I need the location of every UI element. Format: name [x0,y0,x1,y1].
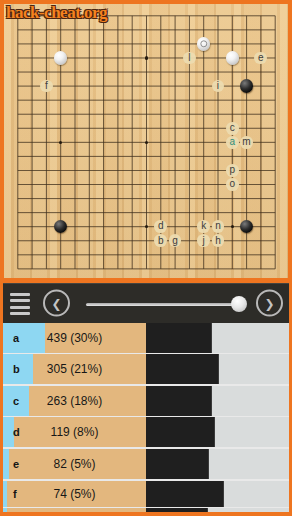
chevron-right-icon: ❯ [264,297,274,309]
winrate-bar-black [146,323,212,353]
move-label-point-c[interactable]: c [225,121,239,135]
winrate-bar-black [146,508,208,512]
popularity-bar [3,508,7,512]
move-label-point-e[interactable]: e [254,51,268,65]
white-stone [197,37,210,50]
white-stone [54,51,67,64]
board-label-i: i [212,80,225,93]
black-stone-R4 [239,219,253,233]
go-board[interactable]: abcdefghijklmnop [4,4,288,278]
move-label-point-o[interactable]: o [225,177,239,191]
move-label-point-k[interactable]: k [197,219,211,233]
move-label-point-i[interactable]: i [211,79,225,93]
board-label-c: c [226,122,239,135]
white-stone-O17 [197,37,211,51]
star-point [139,51,153,65]
star-point [139,219,153,233]
board-label-g: g [169,234,182,247]
star-point-dot [231,225,234,228]
move-label-point-n[interactable]: n [211,219,225,233]
move-label-point-d[interactable]: d [154,219,168,233]
white-stone-D16 [54,51,68,65]
move-row-d[interactable]: d119 (8%) [3,417,289,447]
winrate-bar-black [146,449,209,479]
black-stone [54,220,67,233]
board-label-d: d [154,220,167,233]
black-stone-R14 [239,79,253,93]
menu-icon[interactable] [10,293,30,318]
star-point [139,135,153,149]
winrate-bar-black [146,354,219,384]
winrate-bar [146,417,289,447]
winrate-bar [146,449,289,479]
move-count: 82 (5%) [3,457,146,471]
white-stone [226,51,239,64]
move-label-point-j[interactable]: j [197,234,211,248]
move-count: 119 (8%) [3,425,146,439]
star-point-dot [145,225,148,228]
white-stone-Q16 [225,51,239,65]
move-label-point-h[interactable]: h [211,234,225,248]
move-label-point-g[interactable]: g [168,234,182,248]
watermark-text: hack-cheat.org [6,3,107,23]
move-info-cell: d119 (8%) [3,417,146,447]
black-stone-D4 [54,219,68,233]
move-row-b[interactable]: b305 (21%) [3,354,289,384]
app-screen: abcdefghijklmnop hack-cheat.org ❮ ❯ a439… [0,0,292,516]
move-count: 305 (21%) [3,362,146,376]
chevron-left-icon: ❮ [51,297,61,309]
star-point-dot [145,141,148,144]
winrate-bar-black [146,417,215,447]
move-info-cell [3,508,146,512]
winrate-bar-black [146,386,212,416]
winrate-bar [146,386,289,416]
board-label-n: n [212,220,225,233]
move-stats-list: a439 (30%)b305 (21%)c263 (18%)d119 (8%)e… [3,323,289,512]
black-stone [240,220,253,233]
move-info-cell: e82 (5%) [3,449,146,479]
star-point [54,135,68,149]
board-label-j: j [197,234,210,247]
move-count: 263 (18%) [3,394,146,408]
last-move-marker [200,40,207,47]
prev-move-button[interactable]: ❮ [43,290,70,317]
winrate-bar [146,323,289,353]
move-info-cell: c263 (18%) [3,386,146,416]
move-label-point-b[interactable]: b [154,234,168,248]
move-row-g[interactable] [3,508,289,512]
toolbar: ❮ ❯ [3,283,289,323]
board-grid: abcdefghijklmnop [11,9,283,276]
board-label-k: k [197,220,210,233]
winrate-bar [146,354,289,384]
move-row-a[interactable]: a439 (30%) [3,323,289,353]
board-label-e: e [254,52,267,65]
move-count: 439 (30%) [3,331,146,345]
winrate-bar [146,508,289,512]
move-row-c[interactable]: c263 (18%) [3,386,289,416]
black-stone [240,79,253,92]
move-label-point-p[interactable]: p [225,163,239,177]
move-info-cell: f74 (5%) [3,481,146,507]
move-slider-thumb[interactable] [231,296,247,312]
move-slider-track[interactable] [86,303,239,306]
move-info-cell: a439 (30%) [3,323,146,353]
next-move-button[interactable]: ❯ [256,290,283,317]
board-label-a: a [226,136,239,149]
board-label-o: o [226,178,239,191]
star-point-dot [145,56,148,59]
board-label-l: l [183,52,196,65]
board-label-m: m [240,136,253,149]
board-label-b: b [154,234,167,247]
star-point [225,219,239,233]
winrate-bar [146,481,289,507]
board-label-p: p [226,164,239,177]
board-label-h: h [212,234,225,247]
move-row-f[interactable]: f74 (5%) [3,481,289,507]
move-count: 74 (5%) [3,487,146,501]
star-point-dot [59,141,62,144]
board-label-f: f [40,80,53,93]
move-label-point-f[interactable]: f [39,79,53,93]
move-info-cell: b305 (21%) [3,354,146,384]
move-label-point-l[interactable]: l [182,51,196,65]
move-row-e[interactable]: e82 (5%) [3,449,289,479]
winrate-bar-black [146,481,224,507]
move-label-point-a[interactable]: a [225,135,239,149]
move-label-point-m[interactable]: m [239,135,253,149]
